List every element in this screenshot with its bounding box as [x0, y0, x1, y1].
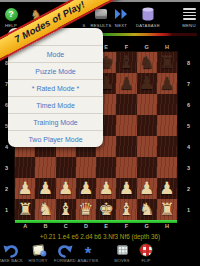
file-label-b: B	[35, 222, 55, 231]
rank-label-3: 3	[182, 157, 195, 178]
rank-label-1: 1	[0, 199, 13, 220]
square-d1[interactable]: ♛	[76, 199, 96, 220]
square-b2[interactable]: ♟	[35, 178, 55, 199]
flip-button[interactable]: FLIP	[128, 243, 164, 263]
square-h5[interactable]	[157, 115, 177, 136]
piece-black-bishop: ♝	[116, 52, 136, 73]
ranks-right: 87654321	[182, 52, 195, 220]
asterisk-icon: *	[85, 251, 92, 257]
chess-app-screen: ? HELP ♞ S RESULTS NEXT DATABASE	[0, 0, 200, 266]
square-a2[interactable]: ♟	[15, 178, 35, 199]
rank-label-8: 8	[182, 52, 195, 73]
database-label: DATABASE	[130, 23, 166, 28]
square-h2[interactable]: ♟	[157, 178, 177, 199]
menu-item-puzzle-mode[interactable]: Puzzle Mode	[8, 62, 103, 79]
square-e2[interactable]: ♟	[96, 178, 116, 199]
square-g7[interactable]: ♟	[137, 73, 157, 94]
menu-label: MENU	[171, 23, 200, 28]
rank-label-2: 2	[0, 178, 13, 199]
piece-white-pawn: ♟	[56, 178, 76, 199]
square-c1[interactable]: ♝	[56, 199, 76, 220]
square-g6[interactable]	[137, 94, 157, 115]
file-label-c: C	[56, 222, 76, 231]
hamburger-menu-icon	[183, 8, 196, 20]
piece-white-knight: ♞	[35, 199, 55, 220]
piece-black-pawn: ♟	[137, 73, 157, 94]
piece-white-pawn: ♟	[96, 178, 116, 199]
file-label-e: E	[96, 222, 116, 231]
rank-label-6: 6	[182, 94, 195, 115]
help-icon: ?	[5, 8, 18, 21]
piece-white-bishop: ♝	[56, 199, 76, 220]
piece-black-rook: ♜	[157, 52, 177, 73]
piece-white-knight: ♞	[137, 199, 157, 220]
piece-white-rook: ♜	[157, 199, 177, 220]
flip-checkered-icon	[140, 244, 152, 256]
file-label-a: A	[15, 222, 35, 231]
menu-item-training-mode[interactable]: Training Mode	[8, 113, 103, 130]
square-b1[interactable]: ♞	[35, 199, 55, 220]
square-e1[interactable]: ♚	[96, 199, 116, 220]
rank-label-4: 4	[182, 136, 195, 157]
square-g8[interactable]: ♞	[137, 52, 157, 73]
flip-label: FLIP	[128, 258, 164, 263]
rank-label-2: 2	[182, 178, 195, 199]
file-label-d: D	[76, 222, 96, 231]
piece-white-pawn: ♟	[137, 178, 157, 199]
menu-item-timed-mode[interactable]: Timed Mode	[8, 96, 103, 113]
history-notepad-icon	[32, 244, 44, 255]
square-g3[interactable]	[137, 157, 157, 178]
piece-black-pawn: ♟	[116, 73, 136, 94]
piece-white-queen: ♛	[76, 199, 96, 220]
analysis-button[interactable]: * ANALYSIS	[70, 243, 106, 263]
rank-label-5: 5	[182, 115, 195, 136]
piece-black-knight: ♞	[137, 52, 157, 73]
fast-forward-icon	[114, 8, 128, 20]
square-g4[interactable]	[137, 136, 157, 157]
file-label-g: G	[137, 43, 157, 52]
square-f3[interactable]	[116, 157, 136, 178]
piece-white-pawn: ♟	[116, 178, 136, 199]
rank-label-1: 1	[182, 199, 195, 220]
piece-white-bishop: ♝	[116, 199, 136, 220]
piece-white-pawn: ♟	[15, 178, 35, 199]
file-label-f: F	[116, 222, 136, 231]
square-a1[interactable]: ♜	[15, 199, 35, 220]
square-h1[interactable]: ♜	[157, 199, 177, 220]
square-e3[interactable]	[96, 157, 116, 178]
menu-item-rated-mode[interactable]: * Rated Mode *	[8, 79, 103, 96]
square-f6[interactable]	[116, 94, 136, 115]
menu-item-two-player-mode[interactable]: Two Player Mode	[8, 130, 103, 147]
square-f2[interactable]: ♟	[116, 178, 136, 199]
files-bottom: ABCDEFGH	[15, 222, 177, 231]
database-icon	[141, 7, 155, 21]
square-f1[interactable]: ♝	[116, 199, 136, 220]
piece-white-pawn: ♟	[76, 178, 96, 199]
rank-label-3: 3	[0, 157, 13, 178]
square-a3[interactable]	[15, 157, 35, 178]
rank-label-7: 7	[182, 73, 195, 94]
square-g1[interactable]: ♞	[137, 199, 157, 220]
menu-button[interactable]: MENU	[171, 7, 200, 28]
piece-white-pawn: ♟	[157, 178, 177, 199]
square-f5[interactable]	[116, 115, 136, 136]
square-g2[interactable]: ♟	[137, 178, 157, 199]
square-b3[interactable]	[35, 157, 55, 178]
engine-analysis-line: +0.21 1.e4 e6 2.d4 b6 3.Nf3 Nf6 (depth 3…	[0, 233, 200, 240]
square-h3[interactable]	[157, 157, 177, 178]
file-label-g: G	[137, 222, 157, 231]
square-h6[interactable]	[157, 94, 177, 115]
file-label-h: H	[157, 43, 177, 52]
square-g5[interactable]	[137, 115, 157, 136]
thinking-progress-bar	[15, 220, 177, 223]
square-f7[interactable]: ♟	[116, 73, 136, 94]
piece-white-rook: ♜	[15, 199, 35, 220]
square-c3[interactable]	[56, 157, 76, 178]
square-h7[interactable]: ♟	[157, 73, 177, 94]
square-d2[interactable]: ♟	[76, 178, 96, 199]
square-h4[interactable]	[157, 136, 177, 157]
database-button[interactable]: DATABASE	[130, 7, 166, 28]
square-h8[interactable]: ♜	[157, 52, 177, 73]
file-label-f: F	[116, 43, 136, 52]
piece-white-pawn: ♟	[35, 178, 55, 199]
moves-grid-icon	[117, 245, 128, 255]
file-label-h: H	[157, 222, 177, 231]
square-c2[interactable]: ♟	[56, 178, 76, 199]
undo-arrow-icon	[3, 244, 19, 258]
square-f8[interactable]: ♝	[116, 52, 136, 73]
square-d3[interactable]	[76, 157, 96, 178]
piece-black-pawn: ♟	[157, 73, 177, 94]
square-f4[interactable]	[116, 136, 136, 157]
piece-white-king: ♚	[96, 199, 116, 220]
